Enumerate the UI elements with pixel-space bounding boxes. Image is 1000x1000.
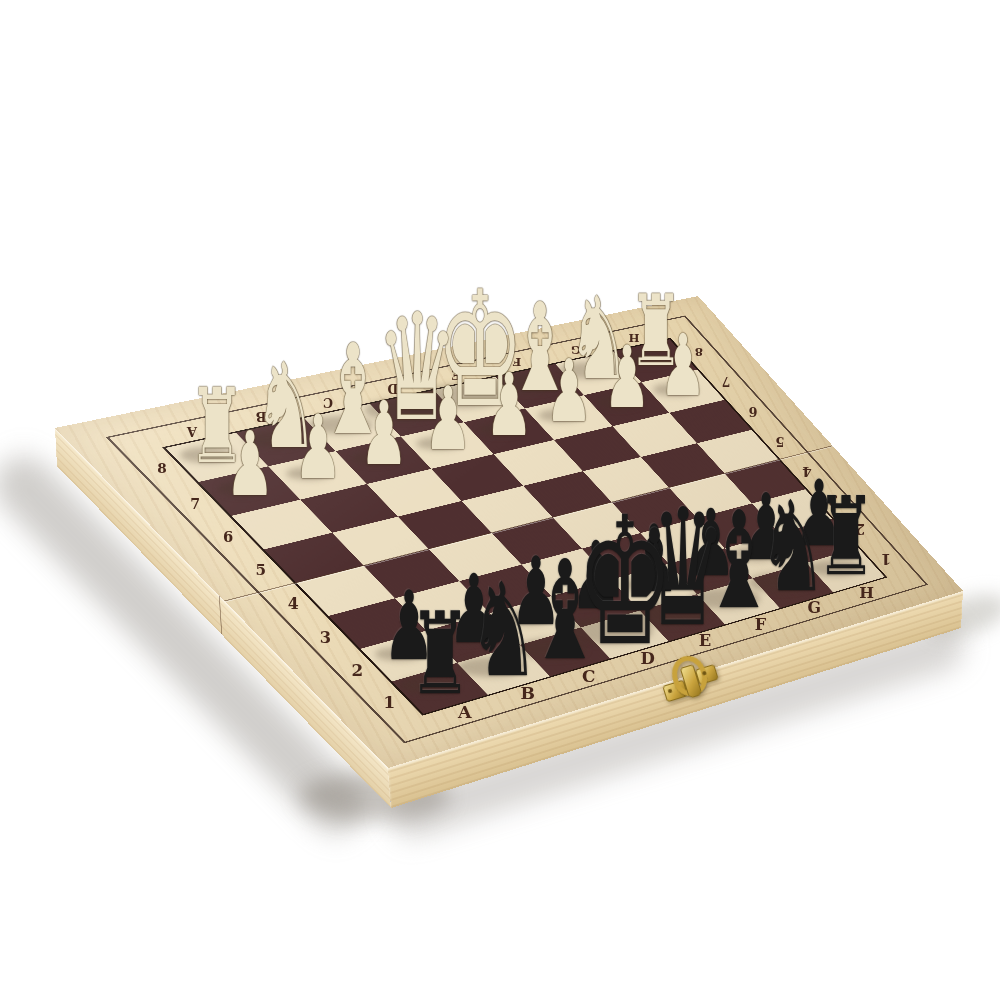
chess-set-photo: 8877665544332211AABBCCDDEEFFGGHH♜♞♝♛♚♝♞♜… — [0, 0, 1000, 1000]
chess-board — [55, 296, 963, 768]
fold-seam-edge — [219, 595, 223, 635]
